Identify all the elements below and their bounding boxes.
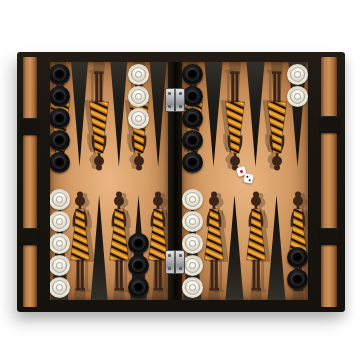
checker-black[interactable] [182, 152, 203, 173]
checker-white[interactable] [182, 189, 203, 210]
right-side-rail [321, 57, 337, 307]
checker-black[interactable] [50, 108, 70, 129]
checker-white[interactable] [182, 277, 203, 298]
point-bottom-9[interactable] [224, 194, 245, 300]
checker-white[interactable] [50, 189, 70, 210]
checker-black[interactable] [182, 108, 203, 129]
right-latch-bottom [320, 228, 339, 245]
checker-black[interactable] [50, 86, 70, 107]
left-latch-top [21, 118, 39, 135]
left-latch-bottom [21, 228, 39, 245]
checker-black[interactable] [50, 152, 70, 173]
hinge-top [165, 88, 185, 112]
checker-white[interactable] [50, 211, 70, 232]
checker-black[interactable] [182, 64, 203, 85]
die-2[interactable] [243, 173, 254, 184]
point-top-11-figure-art [262, 62, 292, 182]
checker-white[interactable] [182, 233, 203, 254]
point-bottom-3[interactable] [89, 194, 109, 300]
checker-white[interactable] [50, 233, 70, 254]
checker-black[interactable] [50, 64, 70, 85]
checker-white[interactable] [182, 255, 203, 276]
board-left-half [50, 62, 168, 300]
point-top-8[interactable] [203, 62, 224, 168]
checker-white[interactable] [128, 86, 149, 107]
checker-black[interactable] [128, 233, 149, 254]
left-side-rail [23, 57, 37, 307]
checker-black[interactable] [182, 130, 203, 151]
backgammon-board [17, 52, 345, 312]
point-top-2[interactable] [70, 62, 90, 168]
backgammon-scene [0, 0, 360, 360]
point-top-3-figure-art [84, 62, 114, 182]
point-top-10[interactable] [245, 62, 266, 168]
checker-black[interactable] [50, 130, 70, 151]
checker-white[interactable] [128, 64, 149, 85]
checker-white[interactable] [182, 211, 203, 232]
checker-black[interactable] [287, 269, 308, 290]
point-top-4[interactable] [109, 62, 129, 168]
checker-white[interactable] [287, 86, 308, 107]
checker-black[interactable] [128, 255, 149, 276]
checker-black[interactable] [182, 86, 203, 107]
point-top-6[interactable] [148, 62, 168, 168]
point-bottom-10-figure-art [241, 180, 271, 300]
checker-black[interactable] [128, 277, 149, 298]
right-latch-top [320, 116, 339, 133]
checker-white[interactable] [128, 108, 149, 129]
point-top-9-figure-art [220, 62, 250, 182]
hinge-bottom [165, 250, 185, 274]
checker-white[interactable] [50, 255, 70, 276]
checker-white[interactable] [287, 64, 308, 85]
point-bottom-8-figure-art [199, 180, 229, 300]
checker-black[interactable] [287, 247, 308, 268]
point-bottom-11[interactable] [266, 194, 287, 300]
